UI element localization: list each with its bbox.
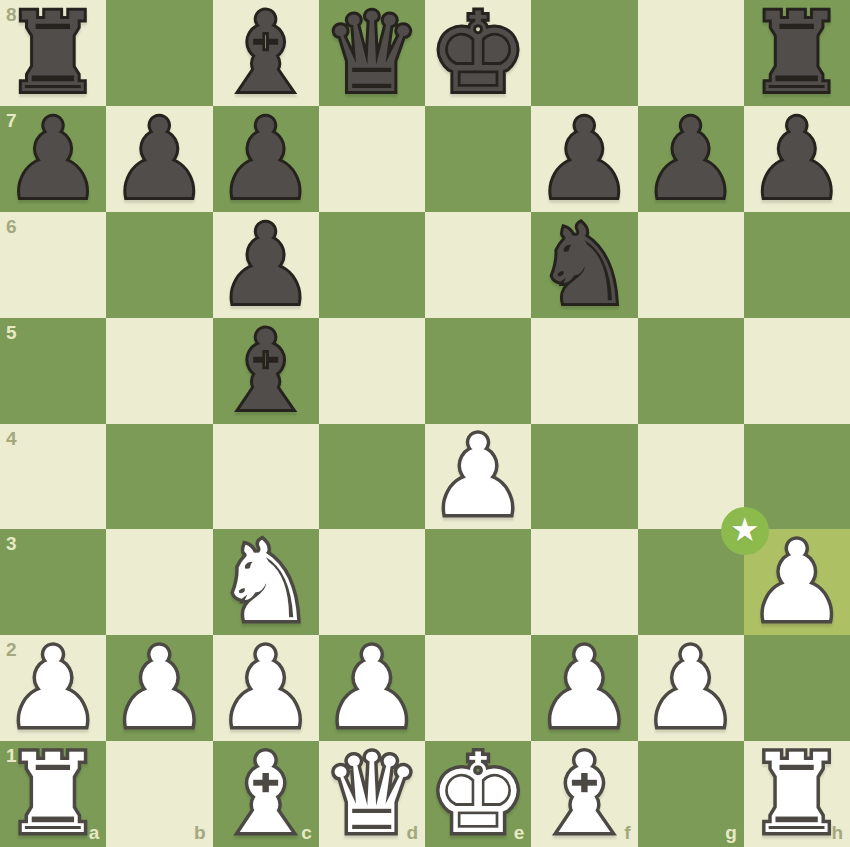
square-f4[interactable] [531,424,637,530]
square-e1[interactable]: e♚♚ [425,741,531,847]
square-f3[interactable] [531,529,637,635]
square-e8[interactable]: ♚♚ [425,0,531,106]
square-c7[interactable]: ♟♟ [213,106,319,212]
white-pawn-d2[interactable]: ♟♟ [319,635,425,741]
chess-board: ★ 8♜♜♝♝♛♛♚♚♜♜7♟♟♟♟♟♟♟♟♟♟♟♟6♟♟♞♞5♝♝4♟♟3♞♞… [0,0,850,847]
white-pawn-f2[interactable]: ♟♟ [531,635,637,741]
square-c3[interactable]: ♞♞ [213,529,319,635]
white-queen-d1[interactable]: ♛♛ [319,741,425,847]
file-label-g: g [725,822,737,844]
square-c4[interactable] [213,424,319,530]
square-d7[interactable] [319,106,425,212]
black-queen-d8[interactable]: ♛♛ [319,0,425,106]
square-e4[interactable]: ♟♟ [425,424,531,530]
square-a8[interactable]: 8♜♜ [0,0,106,106]
square-d5[interactable] [319,318,425,424]
white-bishop-f1[interactable]: ♝♝ [531,741,637,847]
black-rook-a8[interactable]: ♜♜ [0,0,106,106]
black-pawn-c7[interactable]: ♟♟ [213,106,319,212]
black-pawn-a7[interactable]: ♟♟ [0,106,106,212]
square-b7[interactable]: ♟♟ [106,106,212,212]
square-c1[interactable]: c♝♝ [213,741,319,847]
square-d4[interactable] [319,424,425,530]
square-a2[interactable]: 2♟♟ [0,635,106,741]
square-h1[interactable]: h♜♜ [744,741,850,847]
square-g4[interactable] [638,424,744,530]
square-b3[interactable] [106,529,212,635]
square-a6[interactable]: 6 [0,212,106,318]
square-b8[interactable] [106,0,212,106]
square-a1[interactable]: 1a♜♜ [0,741,106,847]
square-g5[interactable] [638,318,744,424]
square-f1[interactable]: f♝♝ [531,741,637,847]
white-knight-c3[interactable]: ♞♞ [213,529,319,635]
white-pawn-g2[interactable]: ♟♟ [638,635,744,741]
black-pawn-c6[interactable]: ♟♟ [213,212,319,318]
black-bishop-c5[interactable]: ♝♝ [213,318,319,424]
square-h2[interactable] [744,635,850,741]
square-d1[interactable]: d♛♛ [319,741,425,847]
black-rook-h8[interactable]: ♜♜ [744,0,850,106]
square-a5[interactable]: 5 [0,318,106,424]
square-c8[interactable]: ♝♝ [213,0,319,106]
rank-label-5: 5 [6,322,17,344]
square-f2[interactable]: ♟♟ [531,635,637,741]
black-pawn-f7[interactable]: ♟♟ [531,106,637,212]
white-pawn-a2[interactable]: ♟♟ [0,635,106,741]
black-knight-f6[interactable]: ♞♞ [531,212,637,318]
white-king-e1[interactable]: ♚♚ [425,741,531,847]
square-b2[interactable]: ♟♟ [106,635,212,741]
square-h3[interactable]: ♟♟ [744,529,850,635]
square-h5[interactable] [744,318,850,424]
square-f7[interactable]: ♟♟ [531,106,637,212]
square-g6[interactable] [638,212,744,318]
square-d8[interactable]: ♛♛ [319,0,425,106]
white-pawn-c2[interactable]: ♟♟ [213,635,319,741]
black-pawn-g7[interactable]: ♟♟ [638,106,744,212]
white-pawn-e4[interactable]: ♟♟ [425,424,531,530]
square-e5[interactable] [425,318,531,424]
square-a7[interactable]: 7♟♟ [0,106,106,212]
rank-label-3: 3 [6,533,17,555]
square-e3[interactable] [425,529,531,635]
square-h8[interactable]: ♜♜ [744,0,850,106]
square-e7[interactable] [425,106,531,212]
square-d2[interactable]: ♟♟ [319,635,425,741]
square-g1[interactable]: g [638,741,744,847]
file-label-b: b [194,822,206,844]
white-rook-h1[interactable]: ♜♜ [744,741,850,847]
square-f8[interactable] [531,0,637,106]
white-rook-a1[interactable]: ♜♜ [0,741,106,847]
square-c5[interactable]: ♝♝ [213,318,319,424]
black-king-e8[interactable]: ♚♚ [425,0,531,106]
rank-label-4: 4 [6,428,17,450]
square-g2[interactable]: ♟♟ [638,635,744,741]
square-d3[interactable] [319,529,425,635]
square-h7[interactable]: ♟♟ [744,106,850,212]
square-b4[interactable] [106,424,212,530]
square-b5[interactable] [106,318,212,424]
square-f5[interactable] [531,318,637,424]
square-f6[interactable]: ♞♞ [531,212,637,318]
rank-label-6: 6 [6,216,17,238]
square-g8[interactable] [638,0,744,106]
square-b6[interactable] [106,212,212,318]
square-g7[interactable]: ♟♟ [638,106,744,212]
white-bishop-c1[interactable]: ♝♝ [213,741,319,847]
white-pawn-b2[interactable]: ♟♟ [106,635,212,741]
white-pawn-h3[interactable]: ♟♟ [744,529,850,635]
square-a3[interactable]: 3 [0,529,106,635]
black-pawn-h7[interactable]: ♟♟ [744,106,850,212]
square-c6[interactable]: ♟♟ [213,212,319,318]
square-a4[interactable]: 4 [0,424,106,530]
square-h6[interactable] [744,212,850,318]
square-g3[interactable] [638,529,744,635]
black-pawn-b7[interactable]: ♟♟ [106,106,212,212]
square-e2[interactable] [425,635,531,741]
square-c2[interactable]: ♟♟ [213,635,319,741]
square-h4[interactable] [744,424,850,530]
square-e6[interactable] [425,212,531,318]
black-bishop-c8[interactable]: ♝♝ [213,0,319,106]
square-b1[interactable]: b [106,741,212,847]
square-d6[interactable] [319,212,425,318]
